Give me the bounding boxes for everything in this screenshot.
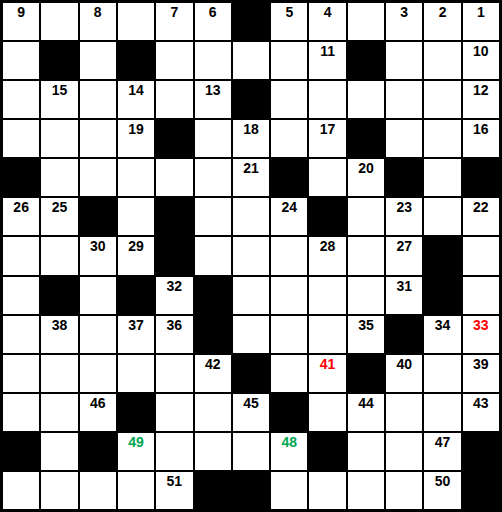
clue-number-47: 47 xyxy=(424,435,460,449)
white-cell-r1c1[interactable]: 9 xyxy=(2,2,40,41)
clue-number-19: 19 xyxy=(118,122,154,136)
clue-number-9: 9 xyxy=(3,5,39,19)
clue-number-26: 26 xyxy=(3,200,39,214)
white-cell-r10c1[interactable] xyxy=(2,354,40,393)
block-cell-r12c3 xyxy=(79,432,117,471)
white-cell-r11c9[interactable] xyxy=(308,393,346,432)
block-cell-r5c8 xyxy=(270,158,308,197)
block-cell-r13c7 xyxy=(232,471,270,510)
white-cell-r4c7[interactable]: 18 xyxy=(232,119,270,158)
block-cell-r7c5 xyxy=(155,236,193,275)
white-cell-r11c7[interactable]: 45 xyxy=(232,393,270,432)
clue-number-13: 13 xyxy=(195,83,231,97)
white-cell-r8c8[interactable] xyxy=(270,276,308,315)
white-cell-r9c7[interactable] xyxy=(232,315,270,354)
block-cell-r7c12 xyxy=(423,236,461,275)
white-cell-r3c4[interactable]: 14 xyxy=(117,80,155,119)
white-cell-r1c3[interactable]: 8 xyxy=(79,2,117,41)
white-cell-r2c5[interactable] xyxy=(155,41,193,80)
clue-number-31: 31 xyxy=(386,279,422,293)
clue-number-18: 18 xyxy=(233,122,269,136)
white-cell-r4c1[interactable] xyxy=(2,119,40,158)
white-cell-r9c5[interactable]: 36 xyxy=(155,315,193,354)
clue-number-16: 16 xyxy=(463,122,499,136)
block-cell-r12c13 xyxy=(462,432,500,471)
white-cell-r6c13[interactable]: 22 xyxy=(462,197,500,236)
white-cell-r13c5[interactable]: 51 xyxy=(155,471,193,510)
clue-number-46: 46 xyxy=(80,396,116,410)
white-cell-r6c10[interactable] xyxy=(347,197,385,236)
white-cell-r1c5[interactable]: 7 xyxy=(155,2,193,41)
white-cell-r7c9[interactable]: 28 xyxy=(308,236,346,275)
white-cell-r12c8[interactable]: 48 xyxy=(270,432,308,471)
block-cell-r1c7 xyxy=(232,2,270,41)
white-cell-r2c9[interactable]: 11 xyxy=(308,41,346,80)
clue-number-39: 39 xyxy=(463,357,499,371)
white-cell-r3c5[interactable] xyxy=(155,80,193,119)
clue-number-14: 14 xyxy=(118,83,154,97)
white-cell-r10c13[interactable]: 39 xyxy=(462,354,500,393)
white-cell-r1c4[interactable] xyxy=(117,2,155,41)
clue-number-21: 21 xyxy=(233,161,269,175)
white-cell-r13c12[interactable]: 50 xyxy=(423,471,461,510)
clue-number-50: 50 xyxy=(424,474,460,488)
white-cell-r2c13[interactable]: 10 xyxy=(462,41,500,80)
white-cell-r6c4[interactable] xyxy=(117,197,155,236)
block-cell-r3c7 xyxy=(232,80,270,119)
white-cell-r5c6[interactable] xyxy=(194,158,232,197)
white-cell-r4c4[interactable]: 19 xyxy=(117,119,155,158)
white-cell-r10c2[interactable] xyxy=(40,354,78,393)
white-cell-r13c4[interactable] xyxy=(117,471,155,510)
white-cell-r10c6[interactable]: 42 xyxy=(194,354,232,393)
clue-number-6: 6 xyxy=(195,5,231,19)
block-cell-r8c6 xyxy=(194,276,232,315)
white-cell-r8c13[interactable] xyxy=(462,276,500,315)
white-cell-r7c13[interactable] xyxy=(462,236,500,275)
white-cell-r12c2[interactable] xyxy=(40,432,78,471)
white-cell-r11c3[interactable]: 46 xyxy=(79,393,117,432)
white-cell-r2c11[interactable] xyxy=(385,41,423,80)
white-cell-r6c8[interactable]: 24 xyxy=(270,197,308,236)
clue-number-34: 34 xyxy=(424,318,460,332)
white-cell-r1c9[interactable]: 4 xyxy=(308,2,346,41)
white-cell-r10c3[interactable] xyxy=(79,354,117,393)
clue-number-51: 51 xyxy=(156,474,192,488)
block-cell-r4c10 xyxy=(347,119,385,158)
block-cell-r8c2 xyxy=(40,276,78,315)
white-cell-r11c5[interactable] xyxy=(155,393,193,432)
block-cell-r10c7 xyxy=(232,354,270,393)
white-cell-r4c2[interactable] xyxy=(40,119,78,158)
white-cell-r1c6[interactable]: 6 xyxy=(194,2,232,41)
white-cell-r7c7[interactable] xyxy=(232,236,270,275)
block-cell-r12c1 xyxy=(2,432,40,471)
white-cell-r7c8[interactable] xyxy=(270,236,308,275)
white-cell-r7c6[interactable] xyxy=(194,236,232,275)
white-cell-r2c6[interactable] xyxy=(194,41,232,80)
white-cell-r9c2[interactable]: 38 xyxy=(40,315,78,354)
crossword-grid: 9876543211110151413121918171621202625242… xyxy=(0,0,502,512)
white-cell-r6c11[interactable]: 23 xyxy=(385,197,423,236)
white-cell-r4c3[interactable] xyxy=(79,119,117,158)
white-cell-r11c6[interactable] xyxy=(194,393,232,432)
clue-number-33: 33 xyxy=(463,318,499,332)
white-cell-r3c1[interactable] xyxy=(2,80,40,119)
clue-number-42: 42 xyxy=(195,357,231,371)
white-cell-r12c7[interactable] xyxy=(232,432,270,471)
white-cell-r3c12[interactable] xyxy=(423,80,461,119)
block-cell-r5c1 xyxy=(2,158,40,197)
white-cell-r3c8[interactable] xyxy=(270,80,308,119)
clue-number-15: 15 xyxy=(41,83,77,97)
block-cell-r13c6 xyxy=(194,471,232,510)
block-cell-r2c10 xyxy=(347,41,385,80)
white-cell-r5c12[interactable] xyxy=(423,158,461,197)
white-cell-r9c4[interactable]: 37 xyxy=(117,315,155,354)
white-cell-r3c11[interactable] xyxy=(385,80,423,119)
white-cell-r7c2[interactable] xyxy=(40,236,78,275)
white-cell-r9c9[interactable] xyxy=(308,315,346,354)
white-cell-r3c6[interactable]: 13 xyxy=(194,80,232,119)
block-cell-r9c11 xyxy=(385,315,423,354)
white-cell-r5c2[interactable] xyxy=(40,158,78,197)
white-cell-r1c10[interactable] xyxy=(347,2,385,41)
white-cell-r3c2[interactable]: 15 xyxy=(40,80,78,119)
clue-number-7: 7 xyxy=(156,5,192,19)
clue-number-49: 49 xyxy=(118,435,154,449)
white-cell-r6c2[interactable]: 25 xyxy=(40,197,78,236)
white-cell-r7c1[interactable] xyxy=(2,236,40,275)
clue-number-22: 22 xyxy=(463,200,499,214)
clue-number-28: 28 xyxy=(309,239,345,253)
clue-number-27: 27 xyxy=(386,239,422,253)
white-cell-r9c1[interactable] xyxy=(2,315,40,354)
clue-number-12: 12 xyxy=(463,83,499,97)
clue-number-45: 45 xyxy=(233,396,269,410)
white-cell-r4c9[interactable]: 17 xyxy=(308,119,346,158)
white-cell-r9c3[interactable] xyxy=(79,315,117,354)
white-cell-r8c1[interactable] xyxy=(2,276,40,315)
white-cell-r9c10[interactable]: 35 xyxy=(347,315,385,354)
white-cell-r3c10[interactable] xyxy=(347,80,385,119)
white-cell-r10c12[interactable] xyxy=(423,354,461,393)
white-cell-r10c5[interactable] xyxy=(155,354,193,393)
clue-number-32: 32 xyxy=(156,279,192,293)
white-cell-r3c3[interactable] xyxy=(79,80,117,119)
white-cell-r8c9[interactable] xyxy=(308,276,346,315)
white-cell-r9c12[interactable]: 34 xyxy=(423,315,461,354)
white-cell-r13c3[interactable] xyxy=(79,471,117,510)
clue-number-23: 23 xyxy=(386,200,422,214)
white-cell-r7c3[interactable]: 30 xyxy=(79,236,117,275)
clue-number-1: 1 xyxy=(463,5,499,19)
block-cell-r11c8 xyxy=(270,393,308,432)
clue-number-36: 36 xyxy=(156,318,192,332)
white-cell-r2c12[interactable] xyxy=(423,41,461,80)
block-cell-r2c4 xyxy=(117,41,155,80)
white-cell-r13c9[interactable] xyxy=(308,471,346,510)
clue-number-10: 10 xyxy=(463,44,499,58)
block-cell-r4c5 xyxy=(155,119,193,158)
white-cell-r1c12[interactable]: 2 xyxy=(423,2,461,41)
clue-number-20: 20 xyxy=(348,161,384,175)
white-cell-r13c2[interactable] xyxy=(40,471,78,510)
block-cell-r5c13 xyxy=(462,158,500,197)
white-cell-r6c1[interactable]: 26 xyxy=(2,197,40,236)
white-cell-r13c1[interactable] xyxy=(2,471,40,510)
block-cell-r5c11 xyxy=(385,158,423,197)
white-cell-r8c5[interactable]: 32 xyxy=(155,276,193,315)
white-cell-r12c5[interactable] xyxy=(155,432,193,471)
white-cell-r4c8[interactable] xyxy=(270,119,308,158)
white-cell-r6c12[interactable] xyxy=(423,197,461,236)
clue-number-4: 4 xyxy=(309,5,345,19)
clue-number-8: 8 xyxy=(80,5,116,19)
block-cell-r6c5 xyxy=(155,197,193,236)
white-cell-r13c11[interactable] xyxy=(385,471,423,510)
clue-number-5: 5 xyxy=(271,5,307,19)
white-cell-r11c2[interactable] xyxy=(40,393,78,432)
white-cell-r6c7[interactable] xyxy=(232,197,270,236)
white-cell-r2c3[interactable] xyxy=(79,41,117,80)
white-cell-r12c11[interactable] xyxy=(385,432,423,471)
white-cell-r7c10[interactable] xyxy=(347,236,385,275)
white-cell-r1c13[interactable]: 1 xyxy=(462,2,500,41)
block-cell-r2c2 xyxy=(40,41,78,80)
white-cell-r8c11[interactable]: 31 xyxy=(385,276,423,315)
white-cell-r11c11[interactable] xyxy=(385,393,423,432)
white-cell-r11c13[interactable]: 43 xyxy=(462,393,500,432)
clue-number-44: 44 xyxy=(348,396,384,410)
white-cell-r4c6[interactable] xyxy=(194,119,232,158)
white-cell-r2c7[interactable] xyxy=(232,41,270,80)
white-cell-r5c10[interactable]: 20 xyxy=(347,158,385,197)
block-cell-r6c3 xyxy=(79,197,117,236)
block-cell-r11c4 xyxy=(117,393,155,432)
white-cell-r4c13[interactable]: 16 xyxy=(462,119,500,158)
white-cell-r11c10[interactable]: 44 xyxy=(347,393,385,432)
clue-number-2: 2 xyxy=(424,5,460,19)
white-cell-r4c11[interactable] xyxy=(385,119,423,158)
white-cell-r10c9[interactable]: 41 xyxy=(308,354,346,393)
white-cell-r8c10[interactable] xyxy=(347,276,385,315)
white-cell-r1c2[interactable] xyxy=(40,2,78,41)
block-cell-r8c12 xyxy=(423,276,461,315)
block-cell-r12c9 xyxy=(308,432,346,471)
block-cell-r6c9 xyxy=(308,197,346,236)
white-cell-r13c8[interactable] xyxy=(270,471,308,510)
clue-number-38: 38 xyxy=(41,318,77,332)
block-cell-r10c10 xyxy=(347,354,385,393)
white-cell-r5c9[interactable] xyxy=(308,158,346,197)
clue-number-43: 43 xyxy=(463,396,499,410)
white-cell-r12c12[interactable]: 47 xyxy=(423,432,461,471)
clue-number-37: 37 xyxy=(118,318,154,332)
clue-number-11: 11 xyxy=(309,44,345,58)
white-cell-r5c5[interactable] xyxy=(155,158,193,197)
clue-number-35: 35 xyxy=(348,318,384,332)
white-cell-r2c1[interactable] xyxy=(2,41,40,80)
white-cell-r10c8[interactable] xyxy=(270,354,308,393)
white-cell-r11c1[interactable] xyxy=(2,393,40,432)
white-cell-r5c7[interactable]: 21 xyxy=(232,158,270,197)
block-cell-r9c6 xyxy=(194,315,232,354)
white-cell-r11c12[interactable] xyxy=(423,393,461,432)
white-cell-r12c6[interactable] xyxy=(194,432,232,471)
white-cell-r4c12[interactable] xyxy=(423,119,461,158)
white-cell-r8c3[interactable] xyxy=(79,276,117,315)
clue-number-25: 25 xyxy=(41,200,77,214)
block-cell-r8c4 xyxy=(117,276,155,315)
clue-number-24: 24 xyxy=(271,200,307,214)
clue-number-48: 48 xyxy=(271,435,307,449)
white-cell-r3c13[interactable]: 12 xyxy=(462,80,500,119)
white-cell-r1c11[interactable]: 3 xyxy=(385,2,423,41)
white-cell-r7c11[interactable]: 27 xyxy=(385,236,423,275)
white-cell-r8c7[interactable] xyxy=(232,276,270,315)
white-cell-r12c10[interactable] xyxy=(347,432,385,471)
white-cell-r9c13[interactable]: 33 xyxy=(462,315,500,354)
white-cell-r5c4[interactable] xyxy=(117,158,155,197)
white-cell-r10c11[interactable]: 40 xyxy=(385,354,423,393)
clue-number-17: 17 xyxy=(309,122,345,136)
white-cell-r12c4[interactable]: 49 xyxy=(117,432,155,471)
white-cell-r1c8[interactable]: 5 xyxy=(270,2,308,41)
white-cell-r7c4[interactable]: 29 xyxy=(117,236,155,275)
white-cell-r9c8[interactable] xyxy=(270,315,308,354)
clue-number-30: 30 xyxy=(80,239,116,253)
clue-number-3: 3 xyxy=(386,5,422,19)
clue-number-41: 41 xyxy=(309,357,345,371)
white-cell-r3c9[interactable] xyxy=(308,80,346,119)
white-cell-r6c6[interactable] xyxy=(194,197,232,236)
clue-number-29: 29 xyxy=(118,239,154,253)
white-cell-r5c3[interactable] xyxy=(79,158,117,197)
white-cell-r2c8[interactable] xyxy=(270,41,308,80)
white-cell-r13c10[interactable] xyxy=(347,471,385,510)
white-cell-r10c4[interactable] xyxy=(117,354,155,393)
block-cell-r13c13 xyxy=(462,471,500,510)
clue-number-40: 40 xyxy=(386,357,422,371)
